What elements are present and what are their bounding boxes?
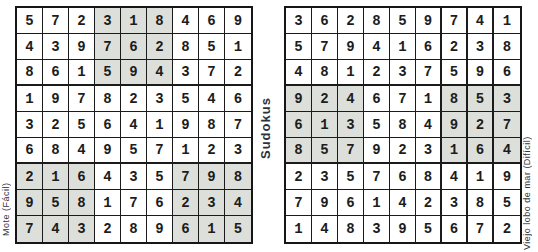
puzzle-label-mote-facil: Mote (Fácil): [1, 156, 11, 236]
sudoku-cell-r2c9: 8: [494, 34, 520, 60]
sudoku-cell-r2c7: 8: [173, 34, 199, 60]
sudoku-cell-r5c4: 6: [95, 112, 121, 138]
sudoku-cell-r8c6: 2: [416, 190, 442, 216]
sudoku-cell-r5c8: 2: [468, 112, 494, 138]
sudoku-cell-r1c3: 2: [338, 8, 364, 34]
sudoku-cell-r5c9: 7: [494, 112, 520, 138]
sudoku-cell-r4c4: 6: [364, 86, 390, 112]
sudoku-cell-r3c7: 3: [173, 60, 199, 86]
sudoku-cell-r7c8: 9: [199, 164, 225, 190]
sudoku-cell-r6c6: 3: [416, 138, 442, 164]
sudoku-cell-r6c6: 7: [147, 138, 173, 164]
sudoku-cell-r9c9: 2: [494, 216, 520, 242]
sudoku-cell-r4c2: 9: [43, 86, 69, 112]
sudoku-cell-r3c5: 9: [121, 60, 147, 86]
sudoku-cell-r9c1: 1: [286, 216, 312, 242]
sudoku-cell-r4c2: 2: [312, 86, 338, 112]
sudoku-cell-r3c9: 2: [225, 60, 251, 86]
sudoku-cell-r7c3: 5: [338, 164, 364, 190]
sudoku-cell-r6c2: 5: [312, 138, 338, 164]
sudoku-cell-r4c8: 4: [199, 86, 225, 112]
sudoku-cell-r7c9: 9: [494, 164, 520, 190]
sudoku-cell-r9c8: 1: [199, 216, 225, 242]
sudoku-cell-r4c5: 2: [121, 86, 147, 112]
sudoku-cell-r2c4: 7: [95, 34, 121, 60]
sudoku-cell-r4c8: 5: [468, 86, 494, 112]
sudoku-cell-r4c6: 3: [147, 86, 173, 112]
sudoku-cell-r2c7: 2: [442, 34, 468, 60]
page-title: Sudokus: [258, 101, 273, 159]
sudoku-cell-r5c2: 2: [43, 112, 69, 138]
sudoku-cell-r4c3: 7: [69, 86, 95, 112]
sudoku-cell-r3c7: 5: [442, 60, 468, 86]
sudoku-cell-r5c1: 3: [17, 112, 43, 138]
sudoku-cell-r5c7: 9: [442, 112, 468, 138]
sudoku-cell-r1c1: 3: [286, 8, 312, 34]
sudoku-cell-r4c1: 1: [17, 86, 43, 112]
sudoku-cell-r4c6: 1: [416, 86, 442, 112]
sudoku-cell-r2c1: 4: [17, 34, 43, 60]
sudoku-cell-r2c8: 3: [468, 34, 494, 60]
sudoku-cell-r1c5: 1: [121, 8, 147, 34]
sudoku-cell-r3c4: 5: [95, 60, 121, 86]
sudoku-cell-r9c7: 6: [442, 216, 468, 242]
sudoku-cell-r2c3: 9: [338, 34, 364, 60]
sudoku-cell-r2c1: 5: [286, 34, 312, 60]
sudoku-cell-r1c7: 4: [173, 8, 199, 34]
sudoku-cell-r7c9: 8: [225, 164, 251, 190]
sudoku-cell-r2c6: 6: [416, 34, 442, 60]
sudoku-cell-r4c9: 6: [225, 86, 251, 112]
sudoku-cell-r1c9: 1: [494, 8, 520, 34]
sudoku-cell-r1c2: 7: [43, 8, 69, 34]
sudoku-grid-viejo-lobo-dificil: 3628597415794162384812375969246718536135…: [284, 6, 522, 244]
sudoku-cell-r9c1: 7: [17, 216, 43, 242]
sudoku-cell-r1c6: 8: [147, 8, 173, 34]
sudoku-cell-r6c9: 3: [225, 138, 251, 164]
puzzle-label-viejo-lobo-dificil: Viejo lobo de mar (Difícil): [522, 90, 532, 250]
sudoku-cell-r3c2: 6: [43, 60, 69, 86]
sudoku-cell-r5c1: 6: [286, 112, 312, 138]
sudoku-cell-r5c6: 1: [147, 112, 173, 138]
sudoku-cell-r8c1: 7: [286, 190, 312, 216]
sudoku-cell-r3c3: 1: [338, 60, 364, 86]
sudoku-cell-r7c5: 3: [121, 164, 147, 190]
sudoku-cell-r6c7: 1: [173, 138, 199, 164]
sudoku-cell-r8c7: 2: [173, 190, 199, 216]
sudoku-cell-r6c4: 9: [95, 138, 121, 164]
sudoku-cell-r8c2: 9: [312, 190, 338, 216]
sudoku-cell-r5c5: 4: [121, 112, 147, 138]
sudoku-cell-r6c7: 1: [442, 138, 468, 164]
sudoku-cell-r4c9: 3: [494, 86, 520, 112]
sudoku-cell-r2c8: 5: [199, 34, 225, 60]
sudoku-cell-r9c4: 3: [364, 216, 390, 242]
sudoku-cell-r1c1: 5: [17, 8, 43, 34]
sudoku-cell-r8c5: 4: [390, 190, 416, 216]
sudoku-cell-r3c3: 1: [69, 60, 95, 86]
sudoku-cell-r6c8: 2: [199, 138, 225, 164]
sudoku-cell-r2c4: 4: [364, 34, 390, 60]
sudoku-cell-r6c4: 9: [364, 138, 390, 164]
sudoku-cell-r8c9: 4: [225, 190, 251, 216]
sudoku-cell-r9c9: 5: [225, 216, 251, 242]
sudoku-cell-r3c6: 4: [147, 60, 173, 86]
sudoku-cell-r2c6: 2: [147, 34, 173, 60]
sudoku-cell-r1c8: 4: [468, 8, 494, 34]
sudoku-cell-r2c2: 3: [43, 34, 69, 60]
sudoku-cell-r7c2: 3: [312, 164, 338, 190]
sudoku-cell-r6c5: 2: [390, 138, 416, 164]
sudoku-cell-r7c6: 5: [147, 164, 173, 190]
sudoku-cell-r8c8: 3: [199, 190, 225, 216]
sudoku-cell-r8c6: 6: [147, 190, 173, 216]
sudoku-cell-r3c8: 9: [468, 60, 494, 86]
sudoku-cell-r1c7: 7: [442, 8, 468, 34]
sudoku-cell-r4c7: 5: [173, 86, 199, 112]
sudoku-cell-r9c4: 2: [95, 216, 121, 242]
sudoku-cell-r7c8: 1: [468, 164, 494, 190]
sudoku-cell-r7c1: 2: [286, 164, 312, 190]
sudoku-cell-r2c3: 9: [69, 34, 95, 60]
sudoku-cell-r3c5: 3: [390, 60, 416, 86]
sudoku-cell-r5c3: 3: [338, 112, 364, 138]
sudoku-cell-r8c9: 5: [494, 190, 520, 216]
sudoku-cell-r8c3: 6: [338, 190, 364, 216]
sudoku-cell-r4c5: 7: [390, 86, 416, 112]
sudoku-page: Mote (Fácil) 572318469439762851861594372…: [0, 0, 538, 252]
sudoku-cell-r8c4: 1: [95, 190, 121, 216]
sudoku-cell-r3c4: 2: [364, 60, 390, 86]
sudoku-cell-r6c9: 4: [494, 138, 520, 164]
sudoku-cell-r5c9: 7: [225, 112, 251, 138]
sudoku-cell-r4c1: 9: [286, 86, 312, 112]
sudoku-cell-r9c8: 7: [468, 216, 494, 242]
sudoku-cell-r3c8: 7: [199, 60, 225, 86]
sudoku-cell-r1c3: 2: [69, 8, 95, 34]
sudoku-cell-r2c5: 1: [390, 34, 416, 60]
sudoku-cell-r8c8: 8: [468, 190, 494, 216]
sudoku-cell-r9c3: 8: [338, 216, 364, 242]
sudoku-cell-r7c4: 7: [364, 164, 390, 190]
sudoku-cell-r9c7: 6: [173, 216, 199, 242]
sudoku-cell-r5c5: 8: [390, 112, 416, 138]
sudoku-cell-r7c3: 6: [69, 164, 95, 190]
sudoku-cell-r9c6: 5: [416, 216, 442, 242]
sudoku-grid-mote-facil: 5723184694397628518615943721978235463256…: [15, 6, 253, 244]
sudoku-cell-r5c4: 5: [364, 112, 390, 138]
sudoku-cell-r8c2: 5: [43, 190, 69, 216]
sudoku-cell-r2c5: 6: [121, 34, 147, 60]
sudoku-cell-r1c9: 9: [225, 8, 251, 34]
sudoku-cell-r6c1: 8: [286, 138, 312, 164]
sudoku-cell-r9c3: 3: [69, 216, 95, 242]
sudoku-cell-r3c2: 8: [312, 60, 338, 86]
sudoku-cell-r7c1: 2: [17, 164, 43, 190]
sudoku-cell-r6c8: 6: [468, 138, 494, 164]
sudoku-cell-r1c2: 6: [312, 8, 338, 34]
sudoku-cell-r1c8: 6: [199, 8, 225, 34]
sudoku-cell-r7c6: 8: [416, 164, 442, 190]
sudoku-cell-r8c7: 3: [442, 190, 468, 216]
sudoku-cell-r9c2: 4: [43, 216, 69, 242]
sudoku-cell-r2c9: 1: [225, 34, 251, 60]
sudoku-cell-r3c6: 7: [416, 60, 442, 86]
sudoku-cell-r4c4: 8: [95, 86, 121, 112]
sudoku-cell-r1c6: 9: [416, 8, 442, 34]
sudoku-cell-r5c2: 1: [312, 112, 338, 138]
sudoku-cell-r7c2: 1: [43, 164, 69, 190]
sudoku-cell-r9c2: 4: [312, 216, 338, 242]
sudoku-cell-r6c3: 4: [69, 138, 95, 164]
sudoku-cell-r6c1: 6: [17, 138, 43, 164]
sudoku-cell-r2c2: 7: [312, 34, 338, 60]
sudoku-cell-r5c8: 8: [199, 112, 225, 138]
sudoku-cell-r8c5: 7: [121, 190, 147, 216]
sudoku-cell-r7c7: 7: [173, 164, 199, 190]
sudoku-cell-r7c4: 4: [95, 164, 121, 190]
sudoku-cell-r3c9: 6: [494, 60, 520, 86]
sudoku-cell-r5c3: 5: [69, 112, 95, 138]
sudoku-cell-r4c7: 8: [442, 86, 468, 112]
sudoku-cell-r7c5: 6: [390, 164, 416, 190]
sudoku-cell-r5c6: 4: [416, 112, 442, 138]
sudoku-cell-r5c7: 9: [173, 112, 199, 138]
sudoku-cell-r6c2: 8: [43, 138, 69, 164]
sudoku-cell-r3c1: 4: [286, 60, 312, 86]
sudoku-cell-r8c3: 8: [69, 190, 95, 216]
sudoku-cell-r9c5: 8: [121, 216, 147, 242]
sudoku-cell-r3c1: 8: [17, 60, 43, 86]
sudoku-cell-r8c4: 1: [364, 190, 390, 216]
sudoku-cell-r7c7: 4: [442, 164, 468, 190]
sudoku-cell-r9c6: 9: [147, 216, 173, 242]
sudoku-cell-r6c5: 5: [121, 138, 147, 164]
sudoku-cell-r1c4: 3: [95, 8, 121, 34]
sudoku-cell-r1c4: 8: [364, 8, 390, 34]
sudoku-cell-r9c5: 9: [390, 216, 416, 242]
sudoku-cell-r4c3: 4: [338, 86, 364, 112]
sudoku-cell-r8c1: 9: [17, 190, 43, 216]
sudoku-cell-r6c3: 7: [338, 138, 364, 164]
sudoku-cell-r1c5: 5: [390, 8, 416, 34]
